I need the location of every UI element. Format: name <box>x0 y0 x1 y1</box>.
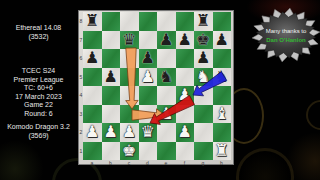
black-piece-P-e7: ♟ <box>159 31 173 49</box>
bokeh-decoration <box>0 140 44 180</box>
file-label-f: f <box>182 161 188 166</box>
event-info-block: TCEC S24 Premier League TC: 60+6 17 Marc… <box>0 67 77 119</box>
square-g2 <box>194 123 213 142</box>
square-d7 <box>139 31 158 50</box>
square-a8: ♜ <box>83 12 102 31</box>
white-piece-P-c2: ♟ <box>122 123 136 141</box>
top-player-name: Ethereal 14.08 <box>0 24 77 33</box>
top-player-rating: (3532) <box>0 33 77 42</box>
square-a1 <box>83 142 102 161</box>
thanks-badge: Many thanks to Dan O'Hanlon <box>250 6 320 64</box>
black-piece-N-e5: ♞ <box>159 68 173 86</box>
square-d4 <box>139 86 158 105</box>
square-e8 <box>157 12 176 31</box>
square-c1: ♚ <box>120 142 139 161</box>
square-f8 <box>176 12 195 31</box>
event-league: Premier League <box>0 76 77 85</box>
top-player-block: Ethereal 14.08 (3532) <box>0 24 77 41</box>
square-h3: ♝ <box>213 105 232 124</box>
square-d8 <box>139 12 158 31</box>
white-piece-P-b2: ♟ <box>104 123 118 141</box>
square-a7 <box>83 31 102 50</box>
chess-board: ♜♜♛♟♟♚♟♟♟♟♟♟♞♞♞♟♟♝♟♟♟♛♟♚♜ 87654321abcdef… <box>78 10 234 165</box>
square-e6 <box>157 49 176 68</box>
rank-label-2: 2 <box>78 130 84 135</box>
black-piece-R-a8: ♜ <box>85 12 99 30</box>
square-e4 <box>157 86 176 105</box>
square-g1 <box>194 142 213 161</box>
rank-label-3: 3 <box>78 112 84 117</box>
square-g3 <box>194 105 213 124</box>
white-piece-P-f4: ♟ <box>178 86 192 104</box>
square-h8 <box>213 12 232 31</box>
bokeh-decoration <box>286 132 320 180</box>
white-piece-P-e3: ♟ <box>159 105 173 123</box>
white-piece-N-g5: ♞ <box>196 68 210 86</box>
square-d5: ♟ <box>139 68 158 87</box>
square-h6 <box>213 49 232 68</box>
black-piece-P-g6: ♟ <box>196 49 210 67</box>
square-c3 <box>120 105 139 124</box>
square-f4: ♟ <box>176 86 195 105</box>
square-h5: ♞ <box>213 68 232 87</box>
rank-label-5: 5 <box>78 75 84 80</box>
square-g4 <box>194 86 213 105</box>
square-a2: ♟ <box>83 123 102 142</box>
square-d3 <box>139 105 158 124</box>
square-d1 <box>139 142 158 161</box>
board-squares: ♜♜♛♟♟♚♟♟♟♟♟♟♞♞♞♟♟♝♟♟♟♛♟♚♜ <box>83 12 231 160</box>
black-piece-Q-c7: ♛ <box>122 31 136 49</box>
white-piece-P-d5: ♟ <box>141 68 155 86</box>
bokeh-decoration <box>236 148 294 180</box>
square-b2: ♟ <box>102 123 121 142</box>
event-name: TCEC S24 <box>0 67 77 76</box>
black-piece-N-h5: ♞ <box>215 68 229 86</box>
white-piece-P-a2: ♟ <box>85 123 99 141</box>
square-e2 <box>157 123 176 142</box>
square-f2: ♟ <box>176 123 195 142</box>
square-d6: ♟ <box>139 49 158 68</box>
badge-line2: Dan O'Hanlon <box>250 37 320 44</box>
square-a5 <box>83 68 102 87</box>
square-c2: ♟ <box>120 123 139 142</box>
file-label-b: b <box>108 161 114 166</box>
black-piece-P-a6: ♟ <box>85 49 99 67</box>
black-piece-R-g8: ♜ <box>196 12 210 30</box>
bottom-player-name: Komodo Dragon 3.2 <box>0 123 77 132</box>
badge-line1: Many thanks to <box>250 28 320 35</box>
square-b6 <box>102 49 121 68</box>
square-h4 <box>213 86 232 105</box>
square-b5: ♟ <box>102 68 121 87</box>
thumbnail-frame: Ethereal 14.08 (3532) TCEC S24 Premier L… <box>0 0 320 180</box>
file-label-c: c <box>126 161 132 166</box>
square-c7: ♛ <box>120 31 139 50</box>
square-f7: ♟ <box>176 31 195 50</box>
square-b3 <box>102 105 121 124</box>
square-d2: ♛ <box>139 123 158 142</box>
black-piece-K-g7: ♚ <box>196 31 210 49</box>
square-c5 <box>120 68 139 87</box>
black-piece-P-h7: ♟ <box>215 31 229 49</box>
bottom-player-rating: (3569) <box>0 132 77 141</box>
square-a3 <box>83 105 102 124</box>
square-h7: ♟ <box>213 31 232 50</box>
file-label-h: h <box>219 161 225 166</box>
white-piece-P-f2: ♟ <box>178 123 192 141</box>
square-c8 <box>120 12 139 31</box>
square-c4 <box>120 86 139 105</box>
square-b4 <box>102 86 121 105</box>
square-g8: ♜ <box>194 12 213 31</box>
event-game-number: Game 22 <box>0 101 77 110</box>
square-b8 <box>102 12 121 31</box>
square-g6: ♟ <box>194 49 213 68</box>
bokeh-decoration <box>306 100 320 130</box>
white-piece-K-c1: ♚ <box>122 142 136 160</box>
square-b7 <box>102 31 121 50</box>
square-g7: ♚ <box>194 31 213 50</box>
starburst-icon <box>250 6 320 64</box>
bottom-player-block: Komodo Dragon 3.2 (3569) <box>0 123 77 140</box>
square-b1 <box>102 142 121 161</box>
square-h1: ♜ <box>213 142 232 161</box>
square-a6: ♟ <box>83 49 102 68</box>
black-piece-P-f7: ♟ <box>178 31 192 49</box>
rank-label-6: 6 <box>78 56 84 61</box>
file-label-a: a <box>89 161 95 166</box>
file-label-d: d <box>145 161 151 166</box>
event-round: Round: 6 <box>0 110 77 119</box>
square-h2 <box>213 123 232 142</box>
white-piece-Q-d2: ♛ <box>141 123 155 141</box>
rank-label-7: 7 <box>78 38 84 43</box>
square-f5 <box>176 68 195 87</box>
square-c6 <box>120 49 139 68</box>
rank-label-8: 8 <box>78 19 84 24</box>
white-piece-R-h1: ♜ <box>215 142 229 160</box>
square-f1 <box>176 142 195 161</box>
square-f6 <box>176 49 195 68</box>
square-e1 <box>157 142 176 161</box>
black-piece-P-b5: ♟ <box>104 68 118 86</box>
square-a4 <box>83 86 102 105</box>
square-e7: ♟ <box>157 31 176 50</box>
event-date: 17 March 2023 <box>0 93 77 102</box>
square-e5: ♞ <box>157 68 176 87</box>
square-g5: ♞ <box>194 68 213 87</box>
white-piece-B-h3: ♝ <box>215 105 229 123</box>
square-f3 <box>176 105 195 124</box>
file-label-g: g <box>200 161 206 166</box>
rank-label-4: 4 <box>78 93 84 98</box>
black-piece-P-d6: ♟ <box>141 49 155 67</box>
rank-label-1: 1 <box>78 149 84 154</box>
file-label-e: e <box>163 161 169 166</box>
event-time-control: TC: 60+6 <box>0 84 77 93</box>
square-e3: ♟ <box>157 105 176 124</box>
